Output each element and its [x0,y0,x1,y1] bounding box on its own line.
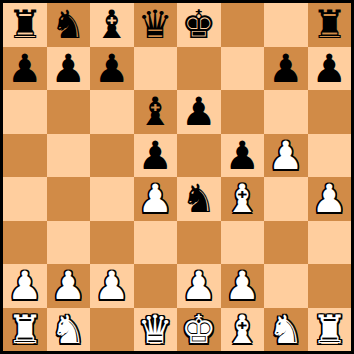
square-c4[interactable] [90,177,134,221]
square-c3[interactable] [90,221,134,265]
square-a5[interactable] [3,134,47,178]
square-f2[interactable]: ♟ [221,264,265,308]
square-d6[interactable]: ♝ [134,90,178,134]
square-e8[interactable]: ♚ [177,3,221,47]
square-e7[interactable] [177,47,221,91]
white-knight: ♞ [268,308,303,351]
square-g2[interactable] [264,264,308,308]
white-pawn: ♟ [312,177,347,220]
square-f3[interactable] [221,221,265,265]
square-h2[interactable] [308,264,352,308]
white-pawn: ♟ [7,264,42,307]
square-d2[interactable] [134,264,178,308]
square-f1[interactable]: ♝ [221,308,265,352]
white-bishop: ♝ [225,177,260,220]
square-g4[interactable] [264,177,308,221]
white-pawn: ♟ [94,264,129,307]
square-c5[interactable] [90,134,134,178]
white-knight: ♞ [51,308,86,351]
white-queen: ♛ [138,308,173,351]
black-pawn: ♟ [51,47,86,90]
square-a7[interactable]: ♟ [3,47,47,91]
square-e5[interactable] [177,134,221,178]
black-queen: ♛ [138,3,173,46]
square-g8[interactable] [264,3,308,47]
square-b6[interactable] [47,90,91,134]
square-h1[interactable]: ♜ [308,308,352,352]
square-f6[interactable] [221,90,265,134]
square-g6[interactable] [264,90,308,134]
black-bishop: ♝ [94,3,129,46]
square-f7[interactable] [221,47,265,91]
square-h7[interactable]: ♟ [308,47,352,91]
square-g5[interactable]: ♟ [264,134,308,178]
white-pawn: ♟ [51,264,86,307]
square-h6[interactable] [308,90,352,134]
white-pawn: ♟ [181,264,216,307]
square-f4[interactable]: ♝ [221,177,265,221]
square-e4[interactable]: ♞ [177,177,221,221]
square-g7[interactable]: ♟ [264,47,308,91]
square-b3[interactable] [47,221,91,265]
square-h4[interactable]: ♟ [308,177,352,221]
square-g1[interactable]: ♞ [264,308,308,352]
square-c7[interactable]: ♟ [90,47,134,91]
black-knight: ♞ [181,177,216,220]
square-h8[interactable]: ♜ [308,3,352,47]
square-d1[interactable]: ♛ [134,308,178,352]
black-rook: ♜ [312,3,347,46]
square-d4[interactable]: ♟ [134,177,178,221]
square-f5[interactable]: ♟ [221,134,265,178]
square-c6[interactable] [90,90,134,134]
white-pawn: ♟ [138,177,173,220]
black-knight: ♞ [51,3,86,46]
square-d5[interactable]: ♟ [134,134,178,178]
square-a6[interactable] [3,90,47,134]
square-a4[interactable] [3,177,47,221]
square-c2[interactable]: ♟ [90,264,134,308]
square-a8[interactable]: ♜ [3,3,47,47]
black-pawn: ♟ [312,47,347,90]
chess-board: ♜♞♝♛♚♜♟♟♟♟♟♝♟♟♟♟♟♞♝♟♟♟♟♟♟♜♞♛♚♝♞♜ [0,0,354,354]
square-e6[interactable]: ♟ [177,90,221,134]
black-pawn: ♟ [138,134,173,177]
white-bishop: ♝ [225,308,260,351]
square-c8[interactable]: ♝ [90,3,134,47]
square-b8[interactable]: ♞ [47,3,91,47]
black-pawn: ♟ [268,47,303,90]
square-d3[interactable] [134,221,178,265]
square-a3[interactable] [3,221,47,265]
square-g3[interactable] [264,221,308,265]
black-pawn: ♟ [181,90,216,133]
square-b2[interactable]: ♟ [47,264,91,308]
square-h3[interactable] [308,221,352,265]
white-pawn: ♟ [268,134,303,177]
square-e1[interactable]: ♚ [177,308,221,352]
square-d7[interactable] [134,47,178,91]
black-pawn: ♟ [7,47,42,90]
square-h5[interactable] [308,134,352,178]
black-bishop: ♝ [138,90,173,133]
black-pawn: ♟ [94,47,129,90]
square-c1[interactable] [90,308,134,352]
square-f8[interactable] [221,3,265,47]
square-b7[interactable]: ♟ [47,47,91,91]
white-king: ♚ [181,308,216,351]
black-pawn: ♟ [225,134,260,177]
white-pawn: ♟ [225,264,260,307]
square-b4[interactable] [47,177,91,221]
square-b5[interactable] [47,134,91,178]
square-b1[interactable]: ♞ [47,308,91,352]
black-rook: ♜ [7,3,42,46]
white-rook: ♜ [312,308,347,351]
black-king: ♚ [181,3,216,46]
square-e3[interactable] [177,221,221,265]
square-a1[interactable]: ♜ [3,308,47,352]
square-a2[interactable]: ♟ [3,264,47,308]
white-rook: ♜ [7,308,42,351]
square-e2[interactable]: ♟ [177,264,221,308]
square-d8[interactable]: ♛ [134,3,178,47]
